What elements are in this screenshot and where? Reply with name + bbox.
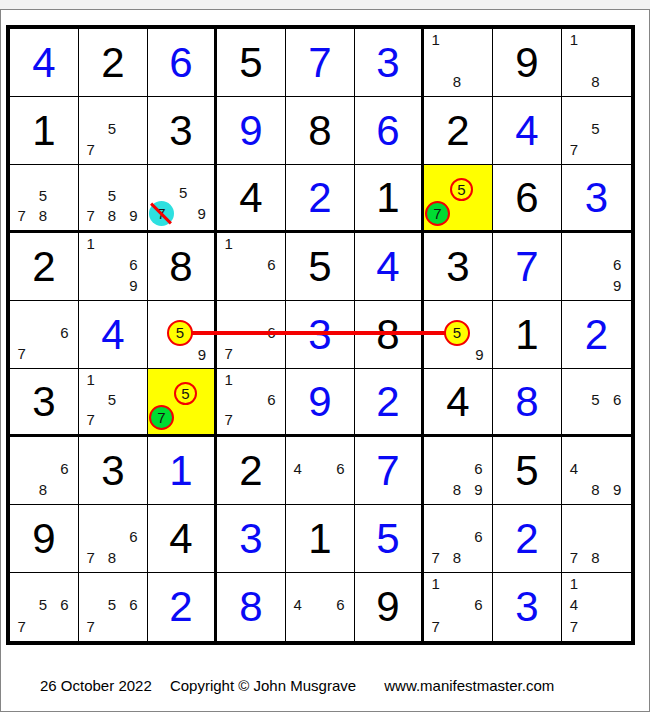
candidate-layer: 157 [80,369,144,430]
candidate-mark-ring-yellow: 5 [444,320,470,346]
solved-digit: 7 [515,246,538,288]
cell-r7c5[interactable]: 46 [286,437,355,505]
candidate-layer: 678 [425,505,489,568]
cell-r5c1[interactable]: 67 [10,301,79,369]
cell-r8c8[interactable]: 2 [493,505,562,573]
candidate-layer: 567 [11,573,75,637]
candidate-digit: 9 [470,346,489,365]
cell-r6c1[interactable]: 3 [10,369,79,437]
cell-r1c3[interactable]: 6 [148,29,217,97]
candidate-digit: 5 [174,183,193,201]
cell-r5c4[interactable]: 67 [217,301,286,369]
candidate-layer: 78 [563,505,628,568]
cell-r4c6[interactable]: 4 [355,233,424,301]
candidate-mark-ring: 5 [174,382,197,405]
candidate-digit: 9 [468,479,489,500]
cell-r7c1[interactable]: 68 [10,437,79,505]
candidate-mark-ring-yellow: 5 [167,320,193,346]
candidate-digit: 5 [101,594,122,615]
cell-r4c2[interactable]: 169 [79,233,148,301]
candidate-layer: 678 [80,505,144,568]
given-digit: 3 [32,381,55,423]
cell-r5c5[interactable]: 3 [286,301,355,369]
given-digit: 2 [446,110,469,152]
candidate-digit: 7 [218,410,239,430]
candidate-layer: 18 [425,29,489,92]
cell-r2c3[interactable]: 3 [148,97,217,165]
candidate-digit: 5 [585,118,607,139]
candidate-digit: 6 [261,254,282,275]
candidate-layer: 147 [563,573,628,637]
cell-r7c6[interactable]: 7 [355,437,424,505]
footer-url: www.manifestmaster.com [384,677,554,694]
candidate-digit: 6 [123,526,144,547]
given-digit: 2 [32,246,55,288]
cell-r9c8[interactable]: 3 [493,573,562,641]
candidate-digit: 6 [606,254,628,275]
given-digit: 1 [32,110,55,152]
candidate-digit: 5 [32,594,53,615]
candidate-digit: 6 [330,458,351,479]
candidate-digit: 6 [54,594,75,615]
cell-r8c9[interactable]: 78 [562,505,631,573]
given-digit: 5 [239,42,262,84]
footer-date: 26 October 2022 [40,677,152,694]
candidate-mark-ring: 5 [450,178,473,201]
candidate-digit: 5 [585,389,607,409]
cell-r1c4[interactable]: 5 [217,29,286,97]
cell-r6c5[interactable]: 9 [286,369,355,437]
cell-r8c3[interactable]: 4 [148,505,217,573]
candidate-digit: 6 [468,526,489,547]
candidate-digit: 5 [32,185,53,205]
sudoku-board: 4265731891815739862457578578957942157632… [6,25,635,645]
cell-r2c4[interactable]: 9 [217,97,286,165]
given-digit: 2 [101,42,124,84]
cell-r2c5[interactable]: 8 [286,97,355,165]
candidate-layer: 16 [218,233,282,296]
solved-digit: 5 [376,518,399,560]
cell-r7c4[interactable]: 2 [217,437,286,505]
cell-r1c8[interactable]: 9 [493,29,562,97]
candidate-layer: 57 [149,369,211,430]
candidate-digit: 4 [563,458,585,479]
cell-r2c8[interactable]: 4 [493,97,562,165]
given-digit: 3 [446,246,469,288]
candidate-digit: 4 [287,458,308,479]
sudoku-grid: 4265731891815739862457578578957942157632… [10,29,631,641]
solved-digit: 7 [376,450,399,492]
cell-r8c6[interactable]: 5 [355,505,424,573]
candidate-digit: 1 [218,233,239,254]
cell-r3c4[interactable]: 4 [217,165,286,233]
cell-r6c4[interactable]: 167 [217,369,286,437]
cell-r7c2[interactable]: 3 [79,437,148,505]
candidate-digit: 5 [101,118,122,139]
given-digit: 9 [32,518,55,560]
candidate-digit: 6 [54,322,75,343]
cell-r9c1[interactable]: 567 [10,573,79,641]
cell-r8c5[interactable]: 1 [286,505,355,573]
candidate-layer: 18 [563,29,628,92]
candidate-layer: 68 [11,437,75,500]
footer-copyright: Copyright © John Musgrave [170,677,356,694]
cell-r4c1[interactable]: 2 [10,233,79,301]
candidate-layer: 57 [425,165,489,226]
cell-r5c6[interactable]: 8 [355,301,424,369]
candidate-mark-green: 7 [149,405,174,430]
candidate-layer: 167 [218,369,282,430]
candidate-layer: 67 [11,301,75,364]
cell-r1c9[interactable]: 18 [562,29,631,97]
cell-r8c4[interactable]: 3 [217,505,286,573]
given-digit: 1 [376,177,399,219]
candidate-digit: 1 [563,573,585,594]
candidate-digit: 6 [468,594,489,615]
candidate-digit: 5 [101,185,122,205]
cell-r3c9[interactable]: 3 [562,165,631,233]
candidate-digit: 7 [11,343,32,364]
solved-digit: 2 [585,314,608,356]
cell-r6c6[interactable]: 2 [355,369,424,437]
given-digit: 3 [169,110,192,152]
candidate-digit: 1 [80,233,101,254]
given-digit: 9 [376,586,399,628]
given-digit: 5 [308,246,331,288]
cell-r6c2[interactable]: 157 [79,369,148,437]
cell-r3c1[interactable]: 578 [10,165,79,233]
candidate-digit: 8 [101,206,122,226]
candidate-layer: 579 [149,165,211,226]
window-top-strip [0,0,650,9]
candidate-digit: 1 [563,29,585,50]
cell-r8c1[interactable]: 9 [10,505,79,573]
given-digit: 9 [515,42,538,84]
candidate-layer: 56 [563,369,628,430]
candidate-digit: 6 [123,254,144,275]
chain-link-line [182,331,458,335]
given-digit: 1 [308,518,331,560]
candidate-digit: 7 [80,547,101,568]
solved-digit: 4 [32,42,55,84]
candidate-digit: 8 [446,547,467,568]
cell-r4c8[interactable]: 7 [493,233,562,301]
cell-r1c7[interactable]: 18 [424,29,493,97]
elimination-slash-icon [150,203,172,225]
candidate-digit: 8 [446,71,467,92]
solved-digit: 2 [376,381,399,423]
solved-digit: 4 [515,110,538,152]
cell-r5c8[interactable]: 1 [493,301,562,369]
candidate-digit: 6 [123,594,144,615]
solved-digit: 8 [239,586,262,628]
candidate-layer: 167 [425,573,489,637]
cell-r9c2[interactable]: 567 [79,573,148,641]
candidate-layer: 5789 [80,165,144,226]
candidate-digit: 6 [330,594,351,615]
footer: 26 October 2022 Copyright © John Musgrav… [40,677,554,694]
cell-r9c9[interactable]: 147 [562,573,631,641]
candidate-digit: 4 [563,594,585,615]
cell-r3c5[interactable]: 2 [286,165,355,233]
candidate-digit: 8 [101,547,122,568]
given-digit: 5 [515,450,538,492]
given-digit: 2 [239,450,262,492]
given-digit: 4 [169,518,192,560]
candidate-digit: 8 [32,479,53,500]
solved-digit: 2 [169,586,192,628]
cell-r7c7[interactable]: 689 [424,437,493,505]
cell-r3c8[interactable]: 6 [493,165,562,233]
candidate-digit: 4 [287,594,308,615]
solved-digit: 9 [308,381,331,423]
cell-r9c5[interactable]: 46 [286,573,355,641]
candidate-digit: 6 [606,389,628,409]
solved-digit: 7 [308,42,331,84]
candidate-layer: 578 [11,165,75,226]
cell-r5c9[interactable]: 2 [562,301,631,369]
candidate-layer: 489 [563,437,628,500]
candidate-digit: 7 [80,410,101,430]
cell-r2c7[interactable]: 2 [424,97,493,165]
cell-r6c9[interactable]: 56 [562,369,631,437]
solved-digit: 3 [515,586,538,628]
cell-r7c9[interactable]: 489 [562,437,631,505]
candidate-digit: 9 [606,479,628,500]
solved-digit: 9 [239,110,262,152]
candidate-layer: 69 [563,233,628,296]
candidate-digit: 5 [101,389,122,409]
cell-r2c2[interactable]: 57 [79,97,148,165]
candidate-digit: 6 [468,458,489,479]
cell-r4c3[interactable]: 8 [148,233,217,301]
candidate-layer: 46 [287,573,351,637]
candidate-digit: 7 [80,139,101,160]
cell-r6c7[interactable]: 4 [424,369,493,437]
cell-r5c7[interactable]: 59 [424,301,493,369]
solved-digit: 6 [376,110,399,152]
cell-r1c5[interactable]: 7 [286,29,355,97]
candidate-layer: 57 [563,97,628,160]
candidate-digit: 7 [80,206,101,226]
candidate-digit: 6 [261,389,282,409]
candidate-digit: 7 [80,616,101,637]
solved-digit: 4 [376,246,399,288]
candidate-digit: 9 [123,206,144,226]
solved-digit: 3 [376,42,399,84]
candidate-mark-cyan-slash: 7 [149,201,174,226]
candidate-digit: 1 [425,29,446,50]
candidate-digit: 1 [218,369,239,389]
candidate-digit: 7 [11,616,32,637]
candidate-digit: 8 [446,479,467,500]
solved-digit: 4 [101,314,124,356]
cell-r9c4[interactable]: 8 [217,573,286,641]
solved-digit: 2 [515,518,538,560]
candidate-digit: 6 [54,458,75,479]
candidate-digit: 7 [425,616,446,637]
cell-r7c3[interactable]: 1 [148,437,217,505]
cell-r4c5[interactable]: 5 [286,233,355,301]
cell-r2c9[interactable]: 57 [562,97,631,165]
solved-digit: 2 [308,177,331,219]
candidate-layer: 169 [80,233,144,296]
cell-r9c3[interactable]: 2 [148,573,217,641]
candidate-digit: 1 [425,573,446,594]
cell-r3c2[interactable]: 5789 [79,165,148,233]
candidate-digit: 7 [11,206,32,226]
cell-r4c4[interactable]: 16 [217,233,286,301]
cell-r7c8[interactable]: 5 [493,437,562,505]
candidate-digit: 7 [563,547,585,568]
candidate-layer: 567 [80,573,144,637]
candidate-digit: 7 [425,547,446,568]
cell-r3c6[interactable]: 1 [355,165,424,233]
solved-digit: 3 [585,177,608,219]
candidate-digit: 9 [123,275,144,296]
given-digit: 8 [308,110,331,152]
cell-r8c2[interactable]: 678 [79,505,148,573]
candidate-digit: 1 [80,369,101,389]
given-digit: 1 [515,314,538,356]
cell-r4c9[interactable]: 69 [562,233,631,301]
solved-digit: 8 [515,381,538,423]
candidate-digit: 9 [193,346,211,365]
candidate-digit: 7 [218,343,239,364]
cell-r5c2[interactable]: 4 [79,301,148,369]
candidate-layer: 57 [80,97,144,160]
candidate-digit: 9 [193,201,212,226]
candidate-digit: 7 [563,616,585,637]
given-digit: 3 [101,450,124,492]
candidate-digit: 8 [32,206,53,226]
cell-r6c3[interactable]: 57 [148,369,217,437]
candidate-digit: 9 [606,275,628,296]
cell-r3c3[interactable]: 579 [148,165,217,233]
cell-r8c7[interactable]: 678 [424,505,493,573]
given-digit: 8 [169,246,192,288]
cell-r1c6[interactable]: 3 [355,29,424,97]
cell-r3c7[interactable]: 57 [424,165,493,233]
given-digit: 4 [239,177,262,219]
candidate-digit: 8 [585,547,607,568]
cell-r9c6[interactable]: 9 [355,573,424,641]
cell-r9c7[interactable]: 167 [424,573,493,641]
cell-r4c7[interactable]: 3 [424,233,493,301]
cell-r5c3[interactable]: 59 [148,301,217,369]
cell-r1c1[interactable]: 4 [10,29,79,97]
candidate-layer: 46 [287,437,351,500]
cell-r2c1[interactable]: 1 [10,97,79,165]
candidate-layer: 689 [425,437,489,500]
cell-r1c2[interactable]: 2 [79,29,148,97]
solved-digit: 3 [239,518,262,560]
solved-digit: 6 [169,42,192,84]
candidate-digit: 8 [585,479,607,500]
candidate-digit: 7 [563,139,585,160]
given-digit: 6 [515,177,538,219]
candidate-digit: 8 [585,71,607,92]
given-digit: 4 [446,381,469,423]
cell-r6c8[interactable]: 8 [493,369,562,437]
candidate-mark-green: 7 [425,201,450,226]
solved-digit: 1 [169,450,192,492]
cell-r2c6[interactable]: 6 [355,97,424,165]
